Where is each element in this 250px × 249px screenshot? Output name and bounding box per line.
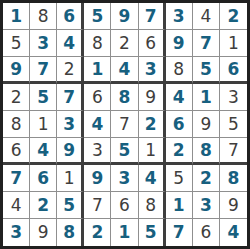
cell-r3c8[interactable]: 5 (193, 57, 220, 84)
cell-r6c7[interactable]: 2 (166, 138, 193, 165)
cell-r3c7[interactable]: 8 (166, 57, 193, 84)
cell-r4c5[interactable]: 8 (111, 84, 138, 111)
cell-r8c1[interactable]: 4 (3, 192, 30, 219)
cell-r9c6[interactable]: 5 (139, 219, 166, 246)
sudoku-board: 1865973425348269719721438562576894138134… (3, 3, 247, 246)
cell-r9c5[interactable]: 1 (111, 219, 138, 246)
cell-r1c2[interactable]: 8 (30, 3, 57, 30)
cell-r2c5[interactable]: 2 (111, 30, 138, 57)
cell-r9c8[interactable]: 6 (193, 219, 220, 246)
cell-r1c3[interactable]: 6 (57, 3, 84, 30)
cell-r3c9[interactable]: 6 (220, 57, 247, 84)
cell-r8c7[interactable]: 1 (166, 192, 193, 219)
cell-r7c5[interactable]: 3 (111, 165, 138, 192)
cell-r4c7[interactable]: 4 (166, 84, 193, 111)
cell-r7c2[interactable]: 6 (30, 165, 57, 192)
cell-r3c6[interactable]: 3 (139, 57, 166, 84)
cell-r4c8[interactable]: 1 (193, 84, 220, 111)
cell-r5c4[interactable]: 4 (84, 111, 111, 138)
cell-r5c8[interactable]: 9 (193, 111, 220, 138)
cell-r1c7[interactable]: 3 (166, 3, 193, 30)
cell-r5c6[interactable]: 2 (139, 111, 166, 138)
cell-r6c2[interactable]: 4 (30, 138, 57, 165)
cell-r7c8[interactable]: 2 (193, 165, 220, 192)
cell-r4c1[interactable]: 2 (3, 84, 30, 111)
cell-r4c6[interactable]: 9 (139, 84, 166, 111)
cell-r7c6[interactable]: 4 (139, 165, 166, 192)
sudoku-board-frame: 1865973425348269719721438562576894138134… (0, 0, 250, 249)
cell-r6c9[interactable]: 7 (220, 138, 247, 165)
cell-r2c8[interactable]: 7 (193, 30, 220, 57)
cell-r9c3[interactable]: 8 (57, 219, 84, 246)
cell-r6c1[interactable]: 6 (3, 138, 30, 165)
cell-r1c6[interactable]: 7 (139, 3, 166, 30)
cell-r1c8[interactable]: 4 (193, 3, 220, 30)
cell-r7c4[interactable]: 9 (84, 165, 111, 192)
cell-r1c5[interactable]: 9 (111, 3, 138, 30)
cell-r2c2[interactable]: 3 (30, 30, 57, 57)
cell-r7c3[interactable]: 1 (57, 165, 84, 192)
cell-r1c1[interactable]: 1 (3, 3, 30, 30)
cell-r6c8[interactable]: 8 (193, 138, 220, 165)
cell-r4c4[interactable]: 6 (84, 84, 111, 111)
cell-r1c4[interactable]: 5 (84, 3, 111, 30)
cell-r2c9[interactable]: 1 (220, 30, 247, 57)
cell-r2c4[interactable]: 8 (84, 30, 111, 57)
cell-r9c4[interactable]: 2 (84, 219, 111, 246)
cell-r8c6[interactable]: 8 (139, 192, 166, 219)
cell-r9c7[interactable]: 7 (166, 219, 193, 246)
cell-r8c2[interactable]: 2 (30, 192, 57, 219)
cell-r9c2[interactable]: 9 (30, 219, 57, 246)
cell-r2c3[interactable]: 4 (57, 30, 84, 57)
cell-r2c6[interactable]: 6 (139, 30, 166, 57)
cell-r9c1[interactable]: 3 (3, 219, 30, 246)
cell-r5c1[interactable]: 8 (3, 111, 30, 138)
cell-r4c2[interactable]: 5 (30, 84, 57, 111)
cell-r5c7[interactable]: 6 (166, 111, 193, 138)
cell-r7c7[interactable]: 5 (166, 165, 193, 192)
cell-r3c4[interactable]: 1 (84, 57, 111, 84)
cell-r4c3[interactable]: 7 (57, 84, 84, 111)
cell-r6c6[interactable]: 1 (139, 138, 166, 165)
cell-r4c9[interactable]: 3 (220, 84, 247, 111)
cell-r8c3[interactable]: 5 (57, 192, 84, 219)
cell-r3c5[interactable]: 4 (111, 57, 138, 84)
cell-r6c3[interactable]: 9 (57, 138, 84, 165)
cell-r7c9[interactable]: 8 (220, 165, 247, 192)
cell-r6c4[interactable]: 3 (84, 138, 111, 165)
cell-r3c2[interactable]: 7 (30, 57, 57, 84)
cell-r5c9[interactable]: 5 (220, 111, 247, 138)
cell-r5c3[interactable]: 3 (57, 111, 84, 138)
cell-r9c9[interactable]: 4 (220, 219, 247, 246)
cell-r6c5[interactable]: 5 (111, 138, 138, 165)
cell-r5c5[interactable]: 7 (111, 111, 138, 138)
cell-r8c8[interactable]: 3 (193, 192, 220, 219)
cell-r7c1[interactable]: 7 (3, 165, 30, 192)
cell-r5c2[interactable]: 1 (30, 111, 57, 138)
cell-r8c9[interactable]: 9 (220, 192, 247, 219)
cell-r2c7[interactable]: 9 (166, 30, 193, 57)
cell-r8c5[interactable]: 6 (111, 192, 138, 219)
cell-r2c1[interactable]: 5 (3, 30, 30, 57)
cell-r3c1[interactable]: 9 (3, 57, 30, 84)
cell-r8c4[interactable]: 7 (84, 192, 111, 219)
cell-r1c9[interactable]: 2 (220, 3, 247, 30)
cell-r3c3[interactable]: 2 (57, 57, 84, 84)
